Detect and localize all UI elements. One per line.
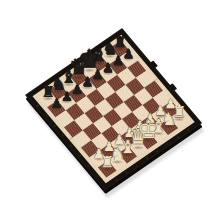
board-frame: ♜♞♝♛♚♝♞♜♟♟♟♟♟♟♟♟♟♟♟♟♟♟♟♟♜♞♝♛♚♝♞♜ abcdefg… (25, 28, 202, 190)
chess-board: ♜♞♝♛♚♝♞♜♟♟♟♟♟♟♟♟♟♟♟♟♟♟♟♟♜♞♝♛♚♝♞♜ abcdefg… (25, 28, 202, 190)
hinge (150, 61, 158, 68)
photo-stage: ♜♞♝♛♚♝♞♜♟♟♟♟♟♟♟♟♟♟♟♟♟♟♟♟♜♞♝♛♚♝♞♜ abcdefg… (0, 0, 224, 224)
hinge (169, 83, 177, 90)
piece-glyph: ♜ (172, 105, 185, 120)
piece-glyph: ♟ (123, 47, 135, 60)
